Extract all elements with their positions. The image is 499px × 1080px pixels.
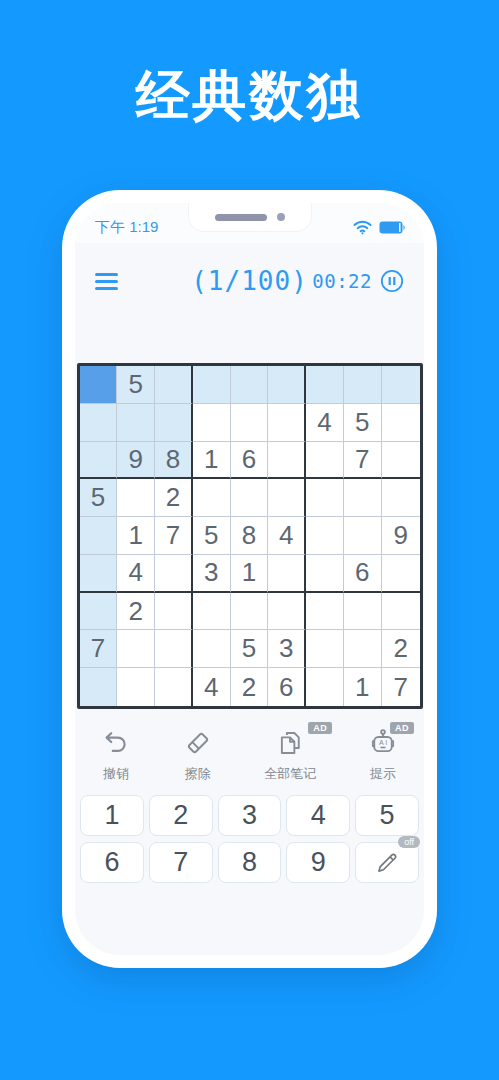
tool-hint-robot[interactable]: A I提示AD: [368, 728, 398, 783]
sudoku-cell-r8c8[interactable]: 7: [382, 668, 420, 706]
sudoku-cell-r2c7[interactable]: 7: [344, 442, 382, 480]
sudoku-cell-r8c4[interactable]: 2: [231, 668, 269, 706]
numpad-button-3[interactable]: 3: [218, 795, 282, 836]
sudoku-cell-r6c4[interactable]: [231, 593, 269, 631]
sudoku-cell-r7c0[interactable]: 7: [80, 630, 118, 668]
battery-icon: [379, 221, 406, 234]
sudoku-cell-r1c4[interactable]: [231, 404, 269, 442]
sudoku-cell-r7c2[interactable]: [155, 630, 193, 668]
pause-icon[interactable]: [380, 269, 404, 293]
sudoku-cell-r0c0[interactable]: [80, 366, 118, 404]
numpad-button-2[interactable]: 2: [149, 795, 213, 836]
numpad-button-9[interactable]: 9: [286, 842, 350, 883]
sudoku-cell-r4c5[interactable]: 4: [268, 517, 306, 555]
sudoku-cell-r4c2[interactable]: 7: [155, 517, 193, 555]
sudoku-cell-r6c7[interactable]: [344, 593, 382, 631]
sudoku-cell-r3c1[interactable]: [117, 479, 155, 517]
sudoku-cell-r6c2[interactable]: [155, 593, 193, 631]
sudoku-cell-r7c8[interactable]: 2: [382, 630, 420, 668]
sudoku-cell-r3c4[interactable]: [231, 479, 269, 517]
sudoku-cell-r8c5[interactable]: 6: [268, 668, 306, 706]
numpad-button-4[interactable]: 4: [286, 795, 350, 836]
sudoku-cell-r1c6[interactable]: 4: [306, 404, 344, 442]
sudoku-cell-r1c5[interactable]: [268, 404, 306, 442]
ad-badge: AD: [390, 722, 414, 734]
sudoku-cell-r0c1[interactable]: 5: [117, 366, 155, 404]
tool-label: 提示: [370, 765, 396, 783]
status-bar: 下午 1:19: [75, 203, 424, 243]
sudoku-cell-r5c0[interactable]: [80, 555, 118, 593]
camera-dot: [277, 213, 285, 221]
sudoku-cell-r1c7[interactable]: 5: [344, 404, 382, 442]
ad-badge: AD: [308, 722, 332, 734]
phone-screen: 下午 1:19: [75, 203, 424, 955]
game-header: (1/100) 00:22: [75, 259, 424, 303]
sudoku-cell-r5c8[interactable]: [382, 555, 420, 593]
eraser-icon: [183, 728, 213, 758]
sudoku-cell-r3c0[interactable]: 5: [80, 479, 118, 517]
numpad-button-5[interactable]: 5: [355, 795, 419, 836]
undo-icon: [101, 728, 131, 758]
sudoku-cell-r5c4[interactable]: 1: [231, 555, 269, 593]
sudoku-cell-r8c1[interactable]: [117, 668, 155, 706]
sudoku-cell-r0c8[interactable]: [382, 366, 420, 404]
sudoku-cell-r0c5[interactable]: [268, 366, 306, 404]
sudoku-cell-r5c2[interactable]: [155, 555, 193, 593]
wifi-icon: [353, 220, 372, 235]
level-progress: (1/100): [191, 266, 308, 296]
sudoku-cell-r7c7[interactable]: [344, 630, 382, 668]
game-timer: 00:22: [312, 270, 372, 292]
sudoku-cell-r2c2[interactable]: 8: [155, 442, 193, 480]
sudoku-cell-r3c7[interactable]: [344, 479, 382, 517]
sudoku-cell-r2c8[interactable]: [382, 442, 420, 480]
sudoku-cell-r2c4[interactable]: 6: [231, 442, 269, 480]
sudoku-cell-r2c3[interactable]: 1: [193, 442, 231, 480]
speaker-grill: [215, 214, 267, 221]
numpad-button-8[interactable]: 8: [218, 842, 282, 883]
sudoku-cell-r3c3[interactable]: [193, 479, 231, 517]
sudoku-cell-r1c2[interactable]: [155, 404, 193, 442]
sudoku-cell-r2c6[interactable]: [306, 442, 344, 480]
sudoku-cell-r7c1[interactable]: [117, 630, 155, 668]
sudoku-cell-r5c1[interactable]: 4: [117, 555, 155, 593]
pencil-icon: [374, 850, 400, 876]
sudoku-board: 545981675217584943162753242617: [77, 363, 423, 709]
sudoku-cell-r6c8[interactable]: [382, 593, 420, 631]
sudoku-cell-r6c1[interactable]: 2: [117, 593, 155, 631]
numpad-button-1[interactable]: 1: [80, 795, 144, 836]
tool-label: 全部笔记: [264, 765, 316, 783]
sudoku-cell-r8c0[interactable]: [80, 668, 118, 706]
tool-label: 擦除: [185, 765, 211, 783]
sudoku-cell-r2c5[interactable]: [268, 442, 306, 480]
svg-text:A I: A I: [379, 739, 387, 746]
sudoku-cell-r7c6[interactable]: [306, 630, 344, 668]
phone-mockup: 下午 1:19: [62, 190, 437, 968]
sudoku-cell-r1c0[interactable]: [80, 404, 118, 442]
sudoku-cell-r0c2[interactable]: [155, 366, 193, 404]
sudoku-cell-r6c3[interactable]: [193, 593, 231, 631]
status-time: 下午 1:19: [95, 218, 158, 237]
sudoku-cell-r4c7[interactable]: [344, 517, 382, 555]
pencil-off-badge: off: [398, 836, 420, 848]
sudoku-cell-r4c4[interactable]: 8: [231, 517, 269, 555]
sudoku-cell-r5c5[interactable]: [268, 555, 306, 593]
sudoku-cell-r5c7[interactable]: 6: [344, 555, 382, 593]
sudoku-cell-r2c1[interactable]: 9: [117, 442, 155, 480]
sudoku-cell-r3c6[interactable]: [306, 479, 344, 517]
app-title: 经典数独: [0, 60, 499, 133]
number-pad: 123456789off: [75, 795, 424, 883]
sudoku-cell-r0c3[interactable]: [193, 366, 231, 404]
sudoku-cell-r0c6[interactable]: [306, 366, 344, 404]
sudoku-cell-r3c5[interactable]: [268, 479, 306, 517]
sudoku-cell-r8c3[interactable]: 4: [193, 668, 231, 706]
toolbar: 撤销擦除全部笔记ADA I提示AD: [75, 728, 424, 783]
numpad-button-7[interactable]: 7: [149, 842, 213, 883]
sudoku-cell-r2c0[interactable]: [80, 442, 118, 480]
sudoku-cell-r5c3[interactable]: 3: [193, 555, 231, 593]
tool-eraser[interactable]: 擦除: [183, 728, 213, 783]
sudoku-cell-r6c6[interactable]: [306, 593, 344, 631]
sudoku-cell-r7c3[interactable]: [193, 630, 231, 668]
sudoku-cell-r6c5[interactable]: [268, 593, 306, 631]
sudoku-cell-r7c4[interactable]: 5: [231, 630, 269, 668]
sudoku-cell-r1c3[interactable]: [193, 404, 231, 442]
sudoku-cell-r0c7[interactable]: [344, 366, 382, 404]
sudoku-cell-r3c2[interactable]: 2: [155, 479, 193, 517]
pencil-mode-button[interactable]: off: [355, 842, 419, 883]
sudoku-cell-r4c1[interactable]: 1: [117, 517, 155, 555]
sudoku-cell-r7c5[interactable]: 3: [268, 630, 306, 668]
sudoku-cell-r8c2[interactable]: [155, 668, 193, 706]
sudoku-cell-r1c1[interactable]: [117, 404, 155, 442]
sudoku-cell-r4c3[interactable]: 5: [193, 517, 231, 555]
tool-undo[interactable]: 撤销: [101, 728, 131, 783]
sudoku-cell-r8c6[interactable]: [306, 668, 344, 706]
sudoku-cell-r4c0[interactable]: [80, 517, 118, 555]
notes-icon: [275, 728, 305, 758]
tool-label: 撤销: [103, 765, 129, 783]
sudoku-cell-r3c8[interactable]: [382, 479, 420, 517]
sudoku-cell-r1c8[interactable]: [382, 404, 420, 442]
tool-notes[interactable]: 全部笔记AD: [264, 728, 316, 783]
sudoku-cell-r5c6[interactable]: [306, 555, 344, 593]
hamburger-menu-icon[interactable]: [95, 273, 118, 290]
phone-notch: [188, 203, 312, 232]
sudoku-cell-r6c0[interactable]: [80, 593, 118, 631]
sudoku-cell-r4c6[interactable]: [306, 517, 344, 555]
sudoku-cell-r4c8[interactable]: 9: [382, 517, 420, 555]
sudoku-cell-r8c7[interactable]: 1: [344, 668, 382, 706]
numpad-button-6[interactable]: 6: [80, 842, 144, 883]
sudoku-cell-r0c4[interactable]: [231, 366, 269, 404]
